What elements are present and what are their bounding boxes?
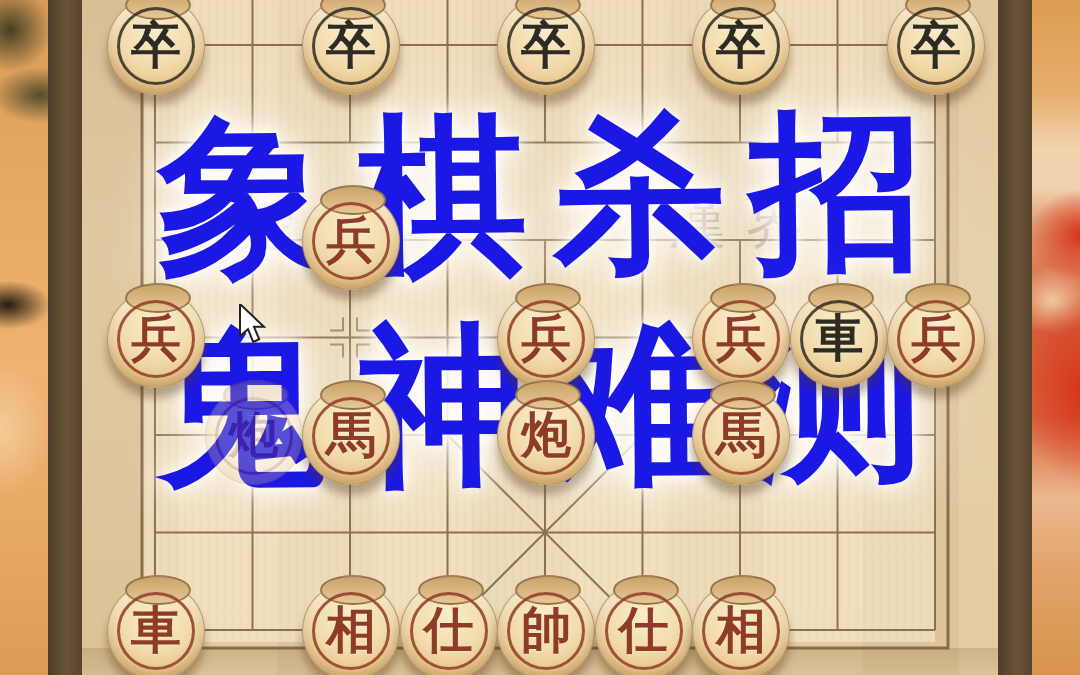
piece-black-pawn[interactable]: 卒	[107, 0, 205, 95]
piece-glyph: 卒	[521, 20, 571, 70]
screenshot-root: 楚河 漢界 炮卒卒卒卒卒兵兵兵兵車兵馬炮馬車相仕帥仕相 象棋杀招 鬼神难测	[0, 0, 1080, 675]
piece-red-pawn[interactable]: 兵	[692, 290, 790, 388]
piece-glyph: 仕	[424, 605, 474, 655]
piece-red-horse[interactable]: 馬	[692, 387, 790, 485]
piece-glyph: 卒	[716, 20, 766, 70]
piece-glyph: 相	[326, 605, 376, 655]
piece-glyph: 馬	[326, 410, 376, 460]
piece-glyph: 車	[814, 313, 864, 363]
piece-black-chariot[interactable]: 車	[790, 290, 888, 388]
piece-glyph: 兵	[131, 313, 181, 363]
piece-glyph: 卒	[911, 20, 961, 70]
piece-glyph: 炮	[229, 410, 279, 460]
piece-black-pawn[interactable]: 卒	[887, 0, 985, 95]
mouse-cursor[interactable]	[238, 304, 266, 344]
piece-glyph: 帥	[521, 605, 571, 655]
piece-glyph: 炮	[521, 410, 571, 460]
piece-glyph: 相	[716, 605, 766, 655]
piece-glyph: 兵	[716, 313, 766, 363]
piece-glyph: 馬	[716, 410, 766, 460]
piece-glyph: 兵	[911, 313, 961, 363]
piece-glyph: 仕	[619, 605, 669, 655]
piece-red-pawn[interactable]: 兵	[302, 192, 400, 290]
piece-red-advisor[interactable]: 仕	[595, 582, 693, 675]
piece-red-elephant[interactable]: 相	[302, 582, 400, 675]
piece-red-general[interactable]: 帥	[497, 582, 595, 675]
piece-glyph: 兵	[326, 215, 376, 265]
piece-red-pawn[interactable]: 兵	[497, 290, 595, 388]
piece-glyph: 兵	[521, 313, 571, 363]
piece-red-cannon-ghost: 炮	[205, 387, 303, 485]
river-label-han: 漢界	[668, 184, 824, 262]
piece-red-pawn[interactable]: 兵	[887, 290, 985, 388]
piece-glyph: 卒	[326, 20, 376, 70]
piece-glyph: 卒	[131, 20, 181, 70]
piece-red-advisor[interactable]: 仕	[400, 582, 498, 675]
piece-red-pawn[interactable]: 兵	[107, 290, 205, 388]
piece-red-elephant[interactable]: 相	[692, 582, 790, 675]
piece-red-cannon[interactable]: 炮	[497, 387, 595, 485]
piece-red-horse[interactable]: 馬	[302, 387, 400, 485]
piece-black-pawn[interactable]: 卒	[692, 0, 790, 95]
piece-black-pawn[interactable]: 卒	[497, 0, 595, 95]
piece-red-chariot[interactable]: 車	[107, 582, 205, 675]
piece-glyph: 車	[131, 605, 181, 655]
piece-black-pawn[interactable]: 卒	[302, 0, 400, 95]
